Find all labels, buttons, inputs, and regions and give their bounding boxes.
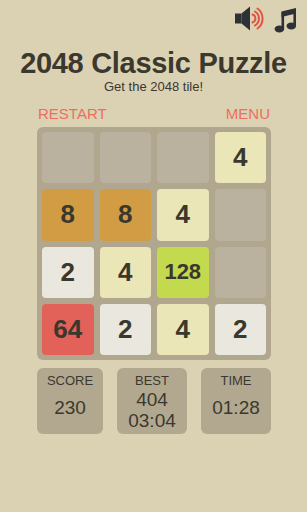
top-icon-bar: [235, 4, 298, 33]
tile-4: 4: [100, 247, 152, 298]
sound-on-icon[interactable]: [235, 5, 265, 32]
time-label: TIME: [201, 373, 271, 388]
empty-cell: [42, 132, 94, 183]
empty-cell: [157, 132, 209, 183]
best-value: 404: [117, 389, 187, 410]
tile-4: 4: [215, 132, 267, 183]
tile-128: 128: [157, 247, 209, 298]
score-label: SCORE: [37, 373, 103, 388]
menu-button[interactable]: MENU: [226, 105, 270, 122]
board[interactable]: 48842412864242: [37, 127, 271, 360]
empty-cell: [215, 189, 267, 240]
restart-button[interactable]: RESTART: [38, 105, 107, 122]
empty-cell: [100, 132, 152, 183]
best-label: BEST: [117, 373, 187, 388]
tile-8: 8: [42, 189, 94, 240]
controls-row: RESTART MENU: [38, 105, 270, 122]
tile-4: 4: [157, 304, 209, 355]
time-value: 01:28: [201, 397, 271, 418]
tile-2: 2: [215, 304, 267, 355]
tile-4: 4: [157, 189, 209, 240]
empty-cell: [215, 247, 267, 298]
music-note-icon[interactable]: [274, 4, 298, 33]
score-value: 230: [37, 397, 103, 418]
time-box: TIME 01:28: [201, 368, 271, 434]
stats-row: SCORE 230 BEST 404 03:04 TIME 01:28: [37, 368, 271, 434]
best-time-value: 03:04: [117, 410, 187, 431]
app-screen: 2048 Classic Puzzle Get the 2048 tile! R…: [0, 0, 307, 512]
tile-64: 64: [42, 304, 94, 355]
best-box: BEST 404 03:04: [117, 368, 187, 434]
page-title: 2048 Classic Puzzle: [0, 48, 307, 78]
score-box: SCORE 230: [37, 368, 103, 434]
page-subtitle: Get the 2048 tile!: [0, 79, 307, 94]
tile-8: 8: [100, 189, 152, 240]
tile-2: 2: [100, 304, 152, 355]
tile-2: 2: [42, 247, 94, 298]
